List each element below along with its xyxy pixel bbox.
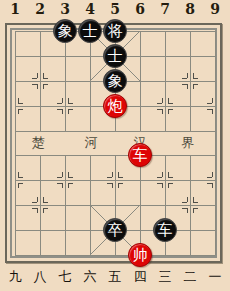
piece-black-elephant-1[interactable]: 象 xyxy=(53,19,77,43)
piece-black-soldier[interactable]: 卒 xyxy=(103,218,127,242)
piece-black-elephant-2[interactable]: 象 xyxy=(103,69,127,93)
river-char-1: 楚 xyxy=(32,134,45,152)
river-char-2: 河 xyxy=(85,134,98,152)
river-char-4: 界 xyxy=(182,134,195,152)
piece-black-advisor-2[interactable]: 士 xyxy=(103,44,127,68)
piece-red-cannon[interactable]: 炮 xyxy=(103,94,127,118)
piece-black-advisor-1[interactable]: 士 xyxy=(78,19,102,43)
piece-black-chariot[interactable]: 车 xyxy=(153,218,177,242)
xiangqi-board: 123456789 楚河汉界 象士将士象炮车卒车帅 九八七六五四三二一 xyxy=(0,0,230,291)
piece-red-chariot[interactable]: 车 xyxy=(128,143,152,167)
piece-red-general[interactable]: 帅 xyxy=(128,243,152,267)
piece-black-general[interactable]: 将 xyxy=(103,19,127,43)
